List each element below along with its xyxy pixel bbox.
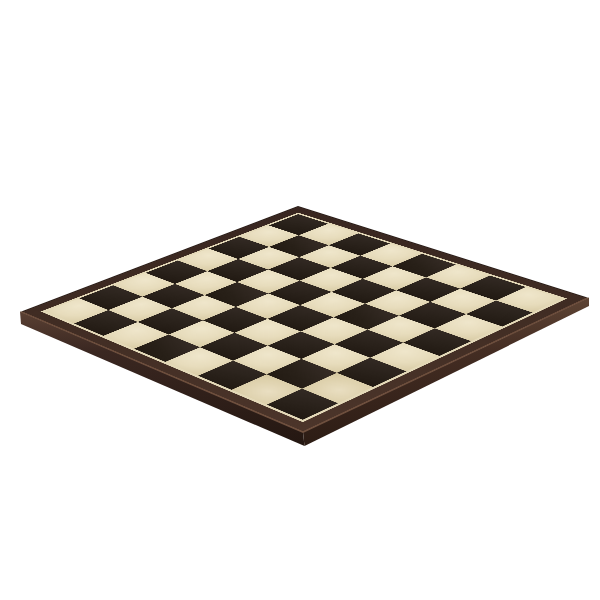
product-photo-scene <box>0 0 600 600</box>
